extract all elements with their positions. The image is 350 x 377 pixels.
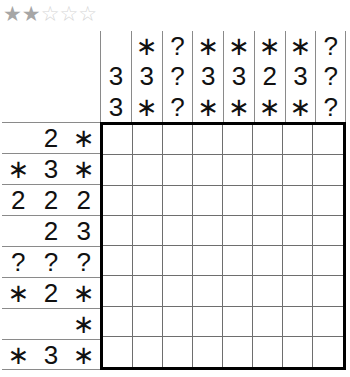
row-clue-cell: 2: [35, 185, 68, 215]
grid-cell[interactable]: [193, 246, 223, 276]
grid-cell[interactable]: [223, 307, 253, 337]
grid-cell[interactable]: [103, 125, 133, 155]
row-clue-group: 222: [2, 184, 100, 215]
row-clue-cell: [35, 309, 68, 339]
grid-cell[interactable]: [133, 246, 163, 276]
row-clue-cell: ∗: [2, 340, 35, 369]
column-clue-cell: ∗: [193, 92, 223, 122]
grid-cell[interactable]: [253, 276, 283, 306]
grid-cell[interactable]: [103, 246, 133, 276]
grid-cell[interactable]: [193, 216, 223, 246]
column-clue-group: ???: [315, 31, 346, 122]
row-clue-cell: 2: [67, 185, 100, 215]
row-clue-cell: 3: [35, 340, 68, 369]
grid-cell[interactable]: [133, 307, 163, 337]
grid-cell[interactable]: [253, 125, 283, 155]
grid-cell[interactable]: [313, 246, 343, 276]
grid-cell[interactable]: [283, 276, 313, 306]
grid-cell[interactable]: [103, 155, 133, 185]
grid-cell[interactable]: [313, 186, 343, 216]
grid-cell[interactable]: [253, 216, 283, 246]
column-clue-cell: 3: [101, 92, 131, 122]
row-clue-cell: ∗: [67, 278, 100, 308]
row-clue-cell: 2: [35, 278, 68, 308]
column-clue-cell: 3: [193, 61, 223, 91]
grid-cell[interactable]: [133, 216, 163, 246]
grid-cell[interactable]: [163, 186, 193, 216]
row-clue-group: ∗3∗: [2, 339, 100, 370]
column-clue-cell: ∗: [255, 92, 285, 122]
grid-cell[interactable]: [313, 276, 343, 306]
column-clue-group: ∗3∗: [223, 31, 254, 122]
row-clue-cell: 3: [35, 154, 68, 184]
grid-cell[interactable]: [253, 246, 283, 276]
row-clue-cell: ∗: [67, 309, 100, 339]
row-clue-cell: ?: [2, 247, 35, 277]
grid-cell[interactable]: [103, 276, 133, 306]
puzzle-grid: [100, 122, 346, 370]
grid-cell[interactable]: [283, 307, 313, 337]
column-clue-cell: ∗: [224, 92, 254, 122]
column-clue-group: ∗2∗: [254, 31, 285, 122]
column-clue-cell: [101, 31, 131, 61]
row-clue-group: ∗2∗: [2, 277, 100, 308]
column-clue-group: ???: [162, 31, 193, 122]
grid-cell[interactable]: [283, 155, 313, 185]
column-clue-cell: 2: [255, 61, 285, 91]
grid-cell[interactable]: [133, 276, 163, 306]
grid-cell[interactable]: [133, 186, 163, 216]
puzzle-page: ★★☆☆☆ 33∗3∗???∗3∗∗3∗∗2∗∗3∗??? 2∗∗3∗22223…: [0, 0, 350, 377]
grid-cell[interactable]: [223, 276, 253, 306]
row-clue-cell: [2, 123, 35, 153]
column-clue-cell: ?: [316, 92, 345, 122]
column-clue-cell: ?: [163, 31, 193, 61]
column-clue-cell: 3: [286, 61, 316, 91]
row-clue-cell: ∗: [67, 154, 100, 184]
grid-cell[interactable]: [193, 186, 223, 216]
row-clue-cell: 2: [2, 185, 35, 215]
row-clue-cell: ∗: [2, 278, 35, 308]
column-clue-group: 33: [100, 31, 131, 122]
star-empty-icon: ☆: [78, 2, 97, 26]
row-clue-cell: ?: [35, 247, 68, 277]
grid-cell[interactable]: [283, 216, 313, 246]
grid-cell[interactable]: [223, 186, 253, 216]
row-clue-cell: ∗: [67, 340, 100, 369]
grid-cell[interactable]: [103, 307, 133, 337]
column-clue-cell: 3: [224, 61, 254, 91]
row-clue-group: ∗3∗: [2, 153, 100, 184]
star-filled-icon: ★: [22, 2, 41, 26]
grid-cell[interactable]: [223, 337, 253, 367]
grid-cell[interactable]: [133, 155, 163, 185]
column-clue-cell: ∗: [286, 31, 316, 61]
row-clue-group: 2∗: [2, 122, 100, 153]
row-clue-cell: 2: [35, 216, 68, 246]
grid-cell[interactable]: [313, 125, 343, 155]
row-clue-cell: 2: [35, 123, 68, 153]
row-clue-cell: [2, 216, 35, 246]
column-clue-cell: ?: [316, 31, 345, 61]
column-clue-cell: ∗: [255, 31, 285, 61]
grid-cell[interactable]: [253, 307, 283, 337]
column-clue-group: ∗3∗: [192, 31, 223, 122]
column-clue-group: ∗3∗: [285, 31, 316, 122]
grid-cell[interactable]: [313, 155, 343, 185]
row-clue-cell: ∗: [2, 154, 35, 184]
column-clue-cell: 3: [101, 61, 131, 91]
grid-cell[interactable]: [313, 216, 343, 246]
difficulty-rating: ★★☆☆☆: [3, 2, 97, 26]
grid-cell[interactable]: [193, 307, 223, 337]
grid-cell[interactable]: [163, 276, 193, 306]
column-clue-cell: ∗: [286, 92, 316, 122]
row-clue-cell: ?: [67, 247, 100, 277]
grid-cell[interactable]: [163, 307, 193, 337]
grid-cell[interactable]: [283, 246, 313, 276]
column-clue-cell: ∗: [132, 31, 162, 61]
row-clue-group: ∗: [2, 308, 100, 339]
grid-cell[interactable]: [133, 337, 163, 367]
grid-cell[interactable]: [253, 186, 283, 216]
grid-cell[interactable]: [193, 276, 223, 306]
row-clues: 2∗∗3∗22223???∗2∗∗∗3∗: [2, 122, 100, 370]
grid-cell[interactable]: [313, 307, 343, 337]
column-clue-cell: ?: [163, 92, 193, 122]
grid-cell[interactable]: [103, 337, 133, 367]
grid-cell[interactable]: [103, 186, 133, 216]
grid-cell[interactable]: [283, 186, 313, 216]
grid-cell[interactable]: [223, 125, 253, 155]
column-clue-cell: 3: [132, 61, 162, 91]
star-empty-icon: ☆: [59, 2, 78, 26]
grid-cell[interactable]: [193, 125, 223, 155]
row-clue-cell: [2, 309, 35, 339]
grid-cell[interactable]: [163, 246, 193, 276]
grid-cell[interactable]: [163, 337, 193, 367]
row-clue-cell: 3: [67, 216, 100, 246]
column-clue-cell: ∗: [224, 31, 254, 61]
star-filled-icon: ★: [3, 2, 22, 26]
column-clue-cell: ∗: [193, 31, 223, 61]
row-clue-cell: ∗: [67, 123, 100, 153]
grid-cell[interactable]: [223, 155, 253, 185]
grid-cell[interactable]: [133, 125, 163, 155]
row-clue-group: ???: [2, 246, 100, 277]
grid-cell[interactable]: [253, 337, 283, 367]
grid-cell[interactable]: [163, 125, 193, 155]
column-clue-cell: ∗: [132, 92, 162, 122]
column-clue-cell: ?: [163, 61, 193, 91]
grid-cell[interactable]: [223, 216, 253, 246]
star-empty-icon: ☆: [41, 2, 60, 26]
grid-cell[interactable]: [193, 155, 223, 185]
grid-cell[interactable]: [283, 125, 313, 155]
grid-cell[interactable]: [163, 216, 193, 246]
grid-cell[interactable]: [283, 337, 313, 367]
grid-cell[interactable]: [223, 246, 253, 276]
grid-cell[interactable]: [313, 337, 343, 367]
grid-cell[interactable]: [163, 155, 193, 185]
column-clue-group: ∗3∗: [131, 31, 162, 122]
grid-cell[interactable]: [253, 155, 283, 185]
grid-cell[interactable]: [103, 216, 133, 246]
grid-cell[interactable]: [193, 337, 223, 367]
row-clue-group: 23: [2, 215, 100, 246]
column-clue-cell: ?: [316, 61, 345, 91]
column-clues: 33∗3∗???∗3∗∗3∗∗2∗∗3∗???: [100, 31, 346, 122]
